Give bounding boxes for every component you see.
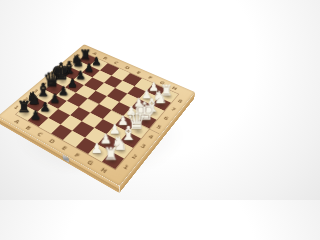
piece-black-pawn: ♟ <box>13 109 57 121</box>
chess-set-photo: ABCDEFGH ABCDEFGH 87654321 87654321 ♜♟♟♜… <box>0 0 200 200</box>
piece-white-rook: ♜ <box>86 146 134 163</box>
